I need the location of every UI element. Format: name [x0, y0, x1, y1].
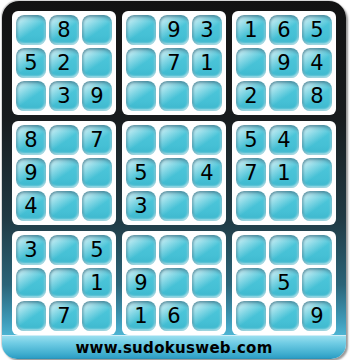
cell-r8c7[interactable]	[236, 268, 266, 298]
cell-r1c2[interactable]: 8	[49, 15, 79, 45]
sudoku-board: 852399371165942887945435471351791659 www…	[2, 1, 346, 359]
cell-r3c9[interactable]: 8	[302, 81, 332, 111]
cell-r2c9[interactable]: 4	[302, 48, 332, 78]
cell-r3c4[interactable]	[126, 81, 156, 111]
cell-r7c1[interactable]: 3	[16, 235, 46, 265]
cell-r4c3[interactable]: 7	[82, 125, 112, 155]
block-9: 59	[232, 231, 336, 335]
block-7: 3517	[12, 231, 116, 335]
cell-r6c4[interactable]: 3	[126, 191, 156, 221]
cell-r7c2[interactable]	[49, 235, 79, 265]
cell-r4c5[interactable]	[159, 125, 189, 155]
cell-r7c6[interactable]	[192, 235, 222, 265]
cell-r5c2[interactable]	[49, 158, 79, 188]
cell-r3c6[interactable]	[192, 81, 222, 111]
cell-r5c8[interactable]: 1	[269, 158, 299, 188]
cell-r6c9[interactable]	[302, 191, 332, 221]
cell-r3c5[interactable]	[159, 81, 189, 111]
cell-r7c8[interactable]	[269, 235, 299, 265]
cell-r1c9[interactable]: 5	[302, 15, 332, 45]
cell-r2c5[interactable]: 7	[159, 48, 189, 78]
cell-r1c8[interactable]: 6	[269, 15, 299, 45]
block-3: 1659428	[232, 11, 336, 115]
cell-r2c3[interactable]	[82, 48, 112, 78]
cell-r1c3[interactable]	[82, 15, 112, 45]
cell-r9c7[interactable]	[236, 301, 266, 331]
cell-r8c1[interactable]	[16, 268, 46, 298]
cell-r5c9[interactable]	[302, 158, 332, 188]
cell-r8c4[interactable]: 9	[126, 268, 156, 298]
cell-r3c2[interactable]: 3	[49, 81, 79, 111]
cell-r2c2[interactable]: 2	[49, 48, 79, 78]
cell-r8c9[interactable]	[302, 268, 332, 298]
cell-r2c1[interactable]: 5	[16, 48, 46, 78]
cell-r2c8[interactable]: 9	[269, 48, 299, 78]
sudoku-grid: 852399371165942887945435471351791659	[12, 11, 336, 335]
cell-r9c9[interactable]: 9	[302, 301, 332, 331]
block-5: 543	[122, 121, 226, 225]
cell-r8c2[interactable]	[49, 268, 79, 298]
cell-r7c4[interactable]	[126, 235, 156, 265]
cell-r3c1[interactable]	[16, 81, 46, 111]
cell-r9c6[interactable]	[192, 301, 222, 331]
cell-r1c6[interactable]: 3	[192, 15, 222, 45]
cell-r9c5[interactable]: 6	[159, 301, 189, 331]
cell-r4c6[interactable]	[192, 125, 222, 155]
footer-bar: www.sudokusweb.com	[2, 335, 346, 359]
cell-r4c8[interactable]: 4	[269, 125, 299, 155]
block-2: 9371	[122, 11, 226, 115]
cell-r6c3[interactable]	[82, 191, 112, 221]
cell-r1c4[interactable]	[126, 15, 156, 45]
cell-r5c3[interactable]	[82, 158, 112, 188]
cell-r2c6[interactable]: 1	[192, 48, 222, 78]
cell-r7c7[interactable]	[236, 235, 266, 265]
cell-r4c9[interactable]	[302, 125, 332, 155]
cell-r3c7[interactable]: 2	[236, 81, 266, 111]
cell-r1c1[interactable]	[16, 15, 46, 45]
cell-r6c2[interactable]	[49, 191, 79, 221]
cell-r8c8[interactable]: 5	[269, 268, 299, 298]
cell-r9c2[interactable]: 7	[49, 301, 79, 331]
block-6: 5471	[232, 121, 336, 225]
block-8: 916	[122, 231, 226, 335]
board-frame: 852399371165942887945435471351791659	[2, 1, 346, 335]
cell-r2c4[interactable]	[126, 48, 156, 78]
cell-r8c3[interactable]: 1	[82, 268, 112, 298]
block-4: 8794	[12, 121, 116, 225]
cell-r2c7[interactable]	[236, 48, 266, 78]
cell-r4c1[interactable]: 8	[16, 125, 46, 155]
cell-r3c8[interactable]	[269, 81, 299, 111]
cell-r8c6[interactable]	[192, 268, 222, 298]
cell-r8c5[interactable]	[159, 268, 189, 298]
cell-r9c4[interactable]: 1	[126, 301, 156, 331]
cell-r5c7[interactable]: 7	[236, 158, 266, 188]
cell-r4c2[interactable]	[49, 125, 79, 155]
cell-r4c4[interactable]	[126, 125, 156, 155]
cell-r5c1[interactable]: 9	[16, 158, 46, 188]
cell-r6c5[interactable]	[159, 191, 189, 221]
cell-r1c7[interactable]: 1	[236, 15, 266, 45]
cell-r6c7[interactable]	[236, 191, 266, 221]
cell-r9c3[interactable]	[82, 301, 112, 331]
cell-r5c4[interactable]: 5	[126, 158, 156, 188]
website-link[interactable]: www.sudokusweb.com	[75, 339, 272, 357]
cell-r4c7[interactable]: 5	[236, 125, 266, 155]
cell-r6c1[interactable]: 4	[16, 191, 46, 221]
block-1: 85239	[12, 11, 116, 115]
cell-r7c3[interactable]: 5	[82, 235, 112, 265]
cell-r5c5[interactable]	[159, 158, 189, 188]
cell-r1c5[interactable]: 9	[159, 15, 189, 45]
cell-r6c6[interactable]	[192, 191, 222, 221]
cell-r7c5[interactable]	[159, 235, 189, 265]
cell-r9c8[interactable]	[269, 301, 299, 331]
cell-r7c9[interactable]	[302, 235, 332, 265]
cell-r3c3[interactable]: 9	[82, 81, 112, 111]
cell-r9c1[interactable]	[16, 301, 46, 331]
cell-r6c8[interactable]	[269, 191, 299, 221]
cell-r5c6[interactable]: 4	[192, 158, 222, 188]
